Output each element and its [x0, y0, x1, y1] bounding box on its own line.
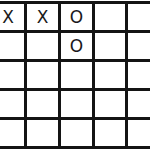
cell-r1c1[interactable] [27, 33, 58, 59]
cell-r2c0[interactable] [0, 62, 24, 88]
cell-r0c3[interactable] [95, 4, 125, 30]
o-mark: O [70, 9, 83, 26]
cell-r3c3[interactable] [95, 91, 125, 117]
cell-r0c1[interactable]: X [27, 4, 58, 30]
cell-r4c2[interactable] [61, 120, 92, 146]
cell-r4c1[interactable] [27, 120, 58, 146]
cell-r0c2[interactable]: O [61, 4, 92, 30]
x-mark: X [2, 9, 14, 26]
cell-r1c0[interactable] [0, 33, 24, 59]
cell-r4c4[interactable] [128, 120, 150, 146]
screenshot-area: XXOO [0, 0, 150, 150]
cell-r3c1[interactable] [27, 91, 58, 117]
cell-r2c3[interactable] [95, 62, 125, 88]
o-mark: O [70, 38, 83, 55]
cell-r3c4[interactable] [128, 91, 150, 117]
cell-r4c3[interactable] [95, 120, 125, 146]
cell-r1c2[interactable]: O [61, 33, 92, 59]
x-mark: X [37, 9, 49, 26]
cell-r4c0[interactable] [0, 120, 24, 146]
cell-r0c4[interactable] [128, 4, 150, 30]
cell-r1c4[interactable] [128, 33, 150, 59]
cell-r2c2[interactable] [61, 62, 92, 88]
cell-r1c3[interactable] [95, 33, 125, 59]
cell-r3c0[interactable] [0, 91, 24, 117]
game-board: XXOO [0, 1, 150, 149]
cell-r2c1[interactable] [27, 62, 58, 88]
cell-r3c2[interactable] [61, 91, 92, 117]
cell-r0c0[interactable]: X [0, 4, 24, 30]
cell-r2c4[interactable] [128, 62, 150, 88]
